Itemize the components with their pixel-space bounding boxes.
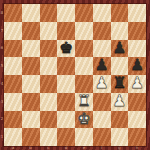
black-pawn: ♟: [128, 57, 146, 75]
square-e2[interactable]: ♚: [75, 111, 93, 129]
file-label-c: c: [40, 146, 58, 150]
white-rook: ♜: [75, 93, 93, 111]
white-pawn: ♟: [93, 75, 111, 93]
square-f4[interactable]: ♟: [93, 75, 111, 93]
square-h4[interactable]: ♟: [128, 75, 146, 93]
square-b7[interactable]: [22, 22, 40, 40]
square-c1[interactable]: [40, 128, 58, 146]
square-g8[interactable]: [111, 4, 129, 22]
file-label-a: a: [4, 146, 22, 150]
square-e6[interactable]: [75, 40, 93, 58]
square-h3[interactable]: [128, 93, 146, 111]
square-a5[interactable]: [4, 57, 22, 75]
square-h6[interactable]: [128, 40, 146, 58]
square-g1[interactable]: [111, 128, 129, 146]
file-label-f: f: [93, 146, 111, 150]
black-pawn: ♟: [111, 40, 129, 58]
square-c7[interactable]: [40, 22, 58, 40]
file-label-g: g: [111, 146, 129, 150]
square-c6[interactable]: [40, 40, 58, 58]
square-g4[interactable]: ♜: [111, 75, 129, 93]
square-a3[interactable]: [4, 93, 22, 111]
square-g5[interactable]: [111, 57, 129, 75]
square-b6[interactable]: [22, 40, 40, 58]
white-pawn: ♟: [128, 75, 146, 93]
square-h5[interactable]: ♟: [128, 57, 146, 75]
square-f2[interactable]: [93, 111, 111, 129]
square-d8[interactable]: [57, 4, 75, 22]
square-a4[interactable]: [4, 75, 22, 93]
square-h8[interactable]: [128, 4, 146, 22]
square-f5[interactable]: ♟: [93, 57, 111, 75]
square-e3[interactable]: ♜: [75, 93, 93, 111]
square-h1[interactable]: [128, 128, 146, 146]
square-e1[interactable]: [75, 128, 93, 146]
square-d7[interactable]: [57, 22, 75, 40]
square-b5[interactable]: [22, 57, 40, 75]
file-label-d: d: [57, 146, 75, 150]
square-g6[interactable]: ♟: [111, 40, 129, 58]
square-f3[interactable]: [93, 93, 111, 111]
square-b4[interactable]: [22, 75, 40, 93]
black-king: ♚: [57, 40, 75, 58]
square-a2[interactable]: [4, 111, 22, 129]
square-e7[interactable]: [75, 22, 93, 40]
chessboard: ♚♟♟♟♟♜♟♜♟♚: [4, 4, 146, 146]
square-g3[interactable]: ♟: [111, 93, 129, 111]
square-c3[interactable]: [40, 93, 58, 111]
square-c2[interactable]: [40, 111, 58, 129]
square-d6[interactable]: ♚: [57, 40, 75, 58]
square-h7[interactable]: [128, 22, 146, 40]
square-b2[interactable]: [22, 111, 40, 129]
square-d2[interactable]: [57, 111, 75, 129]
square-d5[interactable]: [57, 57, 75, 75]
square-e8[interactable]: [75, 4, 93, 22]
square-f8[interactable]: [93, 4, 111, 22]
white-king: ♚: [75, 111, 93, 129]
square-a7[interactable]: [4, 22, 22, 40]
square-b3[interactable]: [22, 93, 40, 111]
square-e4[interactable]: [75, 75, 93, 93]
square-g2[interactable]: [111, 111, 129, 129]
square-d1[interactable]: [57, 128, 75, 146]
square-a1[interactable]: [4, 128, 22, 146]
file-label-h: h: [128, 146, 146, 150]
square-c5[interactable]: [40, 57, 58, 75]
square-c8[interactable]: [40, 4, 58, 22]
chessboard-frame: 87654321 abcdefgh ♚♟♟♟♟♜♟♜♟♚: [0, 0, 150, 150]
square-a6[interactable]: [4, 40, 22, 58]
file-labels: abcdefgh: [4, 146, 146, 150]
square-c4[interactable]: [40, 75, 58, 93]
black-rook: ♜: [111, 75, 129, 93]
square-b8[interactable]: [22, 4, 40, 22]
square-f1[interactable]: [93, 128, 111, 146]
square-h2[interactable]: [128, 111, 146, 129]
square-g7[interactable]: [111, 22, 129, 40]
square-f6[interactable]: [93, 40, 111, 58]
square-e5[interactable]: [75, 57, 93, 75]
square-d3[interactable]: [57, 93, 75, 111]
square-b1[interactable]: [22, 128, 40, 146]
square-f7[interactable]: [93, 22, 111, 40]
white-pawn: ♟: [111, 93, 129, 111]
black-pawn: ♟: [93, 57, 111, 75]
square-d4[interactable]: [57, 75, 75, 93]
file-label-e: e: [75, 146, 93, 150]
square-a8[interactable]: [4, 4, 22, 22]
file-label-b: b: [22, 146, 40, 150]
